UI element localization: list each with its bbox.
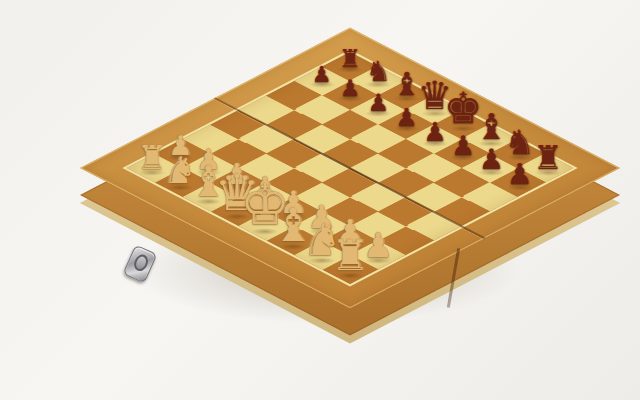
piece-white-pawn: ♟ xyxy=(320,215,380,248)
piece-white-pawn: ♟ xyxy=(292,201,352,233)
piece-black-pawn: ♟ xyxy=(320,77,380,100)
piece-black-bishop: ♝ xyxy=(461,109,521,145)
piece-white-pawn: ♟ xyxy=(150,132,210,159)
piece-white-pawn: ♟ xyxy=(263,187,323,218)
piece-white-pawn: ♟ xyxy=(207,160,267,189)
piece-white-pawn: ♟ xyxy=(179,146,239,174)
pieces-layer: ♜♞♝♛♚♝♞♜♟♟♟♟♟♟♟♟♟♟♟♟♟♟♟♟♜♞♝♛♚♝♞♜ xyxy=(0,0,640,400)
piece-black-pawn: ♟ xyxy=(405,119,465,145)
piece-white-king: ♚ xyxy=(235,177,295,233)
piece-white-pawn: ♟ xyxy=(348,228,408,262)
piece-black-pawn: ♟ xyxy=(490,160,550,189)
piece-black-knight: ♞ xyxy=(348,58,408,86)
piece-white-bishop: ♝ xyxy=(263,202,323,248)
piece-white-bishop: ♝ xyxy=(179,161,239,203)
piece-white-queen: ♛ xyxy=(207,168,267,218)
piece-black-king: ♚ xyxy=(433,87,493,130)
piece-black-pawn: ♟ xyxy=(461,146,521,174)
piece-black-pawn: ♟ xyxy=(348,91,408,115)
piece-white-rook: ♜ xyxy=(320,235,380,277)
piece-black-queen: ♛ xyxy=(405,76,465,115)
piece-white-rook: ♜ xyxy=(122,141,182,174)
piece-black-rook: ♜ xyxy=(518,141,578,174)
piece-black-pawn: ♟ xyxy=(377,105,437,130)
chess-set-photo: ♜♞♝♛♚♝♞♜♟♟♟♟♟♟♟♟♟♟♟♟♟♟♟♟♜♞♝♛♚♝♞♜ xyxy=(0,0,640,400)
piece-black-rook: ♜ xyxy=(320,46,380,71)
piece-black-knight: ♞ xyxy=(490,125,550,159)
piece-black-bishop: ♝ xyxy=(377,68,437,100)
piece-white-knight: ♞ xyxy=(150,152,210,189)
piece-black-pawn: ♟ xyxy=(433,132,493,159)
piece-white-pawn: ♟ xyxy=(235,173,295,203)
piece-white-knight: ♞ xyxy=(292,218,352,262)
piece-black-pawn: ♟ xyxy=(292,64,352,86)
